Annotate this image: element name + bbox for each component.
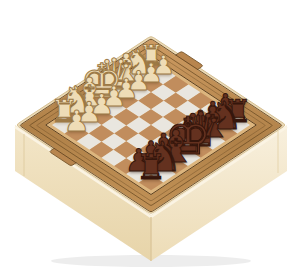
chess-box-photo: ♜♞♝♛♚♝♞♜♟♟♟♟♟♟♟♟♟♟♟♟♟♟♟♟♜♞♝♛♚♝♞♜	[0, 0, 300, 267]
piece-light-pawn-h2[interactable]: ♟	[64, 107, 90, 136]
piece-dark-rook-h8[interactable]: ♜	[135, 150, 166, 185]
